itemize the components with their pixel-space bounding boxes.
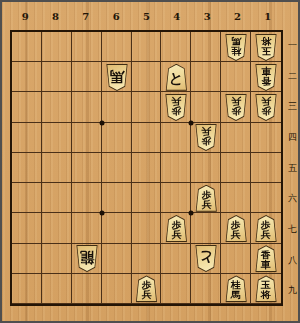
piece-face: 歩兵 <box>225 216 247 241</box>
piece-kanji: 香 <box>261 76 271 86</box>
board-cell[interactable] <box>191 92 221 122</box>
shogi-piece-gote-pawn[interactable]: 歩兵 <box>191 123 221 153</box>
shogi-piece-gote-lance[interactable]: 香車 <box>251 62 281 92</box>
piece-kanji: 兵 <box>141 290 151 300</box>
piece-body: と <box>164 64 188 91</box>
piece-face: 玉将 <box>255 276 277 301</box>
piece-body: 歩兵 <box>254 215 278 242</box>
piece-body: 龍 <box>75 245 99 272</box>
piece-body: 歩兵 <box>254 94 278 121</box>
board-cell[interactable] <box>102 92 132 122</box>
board-cell[interactable] <box>42 244 72 274</box>
piece-body: 歩兵 <box>134 275 158 302</box>
board-cell[interactable] <box>42 62 72 92</box>
board-cell[interactable] <box>12 244 42 274</box>
board-cell[interactable] <box>191 32 221 62</box>
board-cell[interactable] <box>12 213 42 243</box>
board-cell[interactable] <box>12 62 42 92</box>
piece-body: 歩兵 <box>224 215 248 242</box>
star-point <box>99 120 104 125</box>
board-cell[interactable] <box>191 274 221 304</box>
piece-kanji: 歩 <box>201 136 211 146</box>
board-cell[interactable] <box>161 32 191 62</box>
piece-body: 歩兵 <box>194 185 218 212</box>
file-label: 4 <box>162 11 192 22</box>
piece-kanji: 馬 <box>109 69 124 84</box>
board-cell[interactable] <box>221 244 251 274</box>
piece-face: 歩兵 <box>255 95 277 120</box>
piece-kanji: 兵 <box>171 230 181 240</box>
board-cell[interactable] <box>132 123 162 153</box>
piece-body: 歩兵 <box>224 94 248 121</box>
piece-face: 歩兵 <box>195 186 217 211</box>
board-cell[interactable] <box>42 92 72 122</box>
piece-kanji: 将 <box>261 290 271 300</box>
file-label: 5 <box>131 11 161 22</box>
piece-kanji: 桂 <box>231 46 241 56</box>
board-cell[interactable] <box>251 153 281 183</box>
board-cell[interactable] <box>161 183 191 213</box>
shogi-piece-gote-pawn[interactable]: 歩兵 <box>221 92 251 122</box>
piece-face: と <box>165 65 187 90</box>
shogi-piece-sente-lance[interactable]: 香車 <box>251 244 281 274</box>
piece-face: 香車 <box>255 65 277 90</box>
rank-label: 三 <box>288 91 297 122</box>
shogi-piece-sente-king[interactable]: 玉将 <box>251 274 281 304</box>
board-cell[interactable] <box>132 62 162 92</box>
piece-face: 歩兵 <box>225 95 247 120</box>
piece-kanji: と <box>169 71 184 86</box>
board-cell[interactable] <box>221 153 251 183</box>
file-label: 1 <box>253 11 283 22</box>
board-cell[interactable] <box>102 274 132 304</box>
piece-body: 歩兵 <box>194 124 218 151</box>
board-cell[interactable] <box>12 92 42 122</box>
piece-face: 馬 <box>106 65 128 90</box>
board-cell[interactable] <box>42 213 72 243</box>
board-cell[interactable] <box>251 123 281 153</box>
shogi-piece-gote-promoted-bishop[interactable]: 馬 <box>102 62 132 92</box>
board-cell[interactable] <box>161 244 191 274</box>
board-cell[interactable] <box>132 153 162 183</box>
piece-face: と <box>195 246 217 271</box>
board-cell[interactable] <box>72 274 102 304</box>
star-point <box>99 211 104 216</box>
board-cell[interactable] <box>102 153 132 183</box>
piece-kanji: 龍 <box>79 250 94 265</box>
rank-labels: 一二三四五六七八九 <box>285 30 300 306</box>
board-cell[interactable] <box>132 92 162 122</box>
shogi-piece-sente-pawn[interactable]: 歩兵 <box>221 213 251 243</box>
piece-face: 歩兵 <box>255 216 277 241</box>
shogi-piece-sente-pawn[interactable]: 歩兵 <box>251 213 281 243</box>
piece-body: 桂馬 <box>224 275 248 302</box>
shogi-piece-sente-tokin[interactable]: と <box>161 62 191 92</box>
board-cell[interactable] <box>161 123 191 153</box>
piece-body: 歩兵 <box>164 215 188 242</box>
board-cell[interactable] <box>72 32 102 62</box>
board-cell[interactable] <box>191 153 221 183</box>
rank-label: 四 <box>288 122 297 153</box>
board-cell[interactable] <box>221 62 251 92</box>
piece-face: 香車 <box>255 246 277 271</box>
board-cell[interactable] <box>132 183 162 213</box>
board-cell[interactable] <box>132 213 162 243</box>
board-cell[interactable] <box>132 32 162 62</box>
piece-face: 歩兵 <box>135 276 157 301</box>
piece-face: 桂馬 <box>225 35 247 60</box>
shogi-board-widget: 987654321 一二三四五六七八九 桂馬玉将馬と香車歩兵歩兵歩兵歩兵歩兵歩兵… <box>0 0 300 323</box>
piece-kanji: 兵 <box>261 96 271 106</box>
piece-kanji: 兵 <box>201 200 211 210</box>
board-cell[interactable] <box>161 153 191 183</box>
file-label: 3 <box>192 11 222 22</box>
rank-label: 八 <box>288 245 297 276</box>
board-cell[interactable] <box>42 274 72 304</box>
shogi-piece-gote-king[interactable]: 玉将 <box>251 32 281 62</box>
board-cell[interactable] <box>42 32 72 62</box>
piece-face: 歩兵 <box>165 95 187 120</box>
board-cell[interactable] <box>72 183 102 213</box>
piece-kanji: 将 <box>261 36 271 46</box>
piece-face: 歩兵 <box>195 125 217 150</box>
board-cell[interactable] <box>102 244 132 274</box>
file-label: 9 <box>10 11 40 22</box>
piece-kanji: 歩 <box>231 106 241 116</box>
shogi-piece-sente-pawn[interactable]: 歩兵 <box>191 183 221 213</box>
piece-body: 桂馬 <box>224 34 248 61</box>
piece-body: 馬 <box>105 64 129 91</box>
board-cell[interactable] <box>72 123 102 153</box>
board-cell[interactable] <box>191 62 221 92</box>
piece-kanji: 兵 <box>261 230 271 240</box>
piece-body: 玉将 <box>254 34 278 61</box>
shogi-piece-gote-tokin[interactable]: と <box>191 244 221 274</box>
piece-kanji: 玉 <box>261 46 271 56</box>
board-cell[interactable] <box>12 153 42 183</box>
board-cell[interactable] <box>12 274 42 304</box>
piece-body: 歩兵 <box>164 94 188 121</box>
piece-kanji: 兵 <box>231 230 241 240</box>
rank-label: 六 <box>288 183 297 214</box>
board-cell[interactable] <box>72 213 102 243</box>
board-cell[interactable] <box>251 183 281 213</box>
piece-kanji: 兵 <box>171 96 181 106</box>
board-cell[interactable] <box>42 153 72 183</box>
rank-label: 九 <box>288 275 297 306</box>
piece-kanji: 馬 <box>231 36 241 46</box>
rank-label: 七 <box>288 214 297 245</box>
board-cell[interactable] <box>12 123 42 153</box>
shogi-piece-sente-pawn[interactable]: 歩兵 <box>161 213 191 243</box>
piece-kanji: と <box>199 250 214 265</box>
board-cell[interactable] <box>221 183 251 213</box>
piece-kanji: 車 <box>261 260 271 270</box>
piece-body: 香車 <box>254 245 278 272</box>
piece-face: 龍 <box>76 246 98 271</box>
rank-label: 五 <box>288 153 297 184</box>
piece-kanji: 兵 <box>231 96 241 106</box>
board: 桂馬玉将馬と香車歩兵歩兵歩兵歩兵歩兵歩兵歩兵歩兵龍と香車歩兵桂馬玉将 <box>10 30 283 306</box>
board-cell[interactable] <box>12 32 42 62</box>
rank-label: 一 <box>288 30 297 61</box>
piece-face: 玉将 <box>255 35 277 60</box>
piece-body: 玉将 <box>254 275 278 302</box>
board-cell[interactable] <box>191 213 221 243</box>
piece-face: 歩兵 <box>165 216 187 241</box>
board-cell[interactable] <box>12 183 42 213</box>
board-cell[interactable] <box>42 183 72 213</box>
piece-kanji: 馬 <box>231 290 241 300</box>
shogi-piece-sente-pawn[interactable]: 歩兵 <box>132 274 162 304</box>
piece-kanji: 車 <box>261 66 271 76</box>
board-cell[interactable] <box>72 153 102 183</box>
piece-face: 桂馬 <box>225 276 247 301</box>
board-cell[interactable] <box>102 123 132 153</box>
shogi-piece-sente-knight[interactable]: 桂馬 <box>221 274 251 304</box>
file-labels: 987654321 <box>10 2 283 30</box>
board-cell[interactable] <box>221 123 251 153</box>
board-cell[interactable] <box>102 183 132 213</box>
piece-body: 香車 <box>254 64 278 91</box>
board-cell[interactable] <box>72 92 102 122</box>
piece-kanji: 歩 <box>171 106 181 116</box>
file-label: 6 <box>101 11 131 22</box>
piece-kanji: 兵 <box>201 126 211 136</box>
shogi-piece-gote-pawn[interactable]: 歩兵 <box>251 92 281 122</box>
rank-label: 二 <box>288 61 297 92</box>
board-cell[interactable] <box>161 274 191 304</box>
file-label: 7 <box>71 11 101 22</box>
board-cell[interactable] <box>72 62 102 92</box>
file-label: 2 <box>222 11 252 22</box>
file-label: 8 <box>40 11 70 22</box>
board-cell[interactable] <box>102 32 132 62</box>
shogi-piece-gote-knight[interactable]: 桂馬 <box>221 32 251 62</box>
piece-body: と <box>194 245 218 272</box>
shogi-piece-gote-promoted-rook[interactable]: 龍 <box>72 244 102 274</box>
piece-kanji: 歩 <box>261 106 271 116</box>
shogi-piece-gote-pawn[interactable]: 歩兵 <box>161 92 191 122</box>
board-cell[interactable] <box>42 123 72 153</box>
board-cell[interactable] <box>102 213 132 243</box>
board-cell[interactable] <box>132 244 162 274</box>
